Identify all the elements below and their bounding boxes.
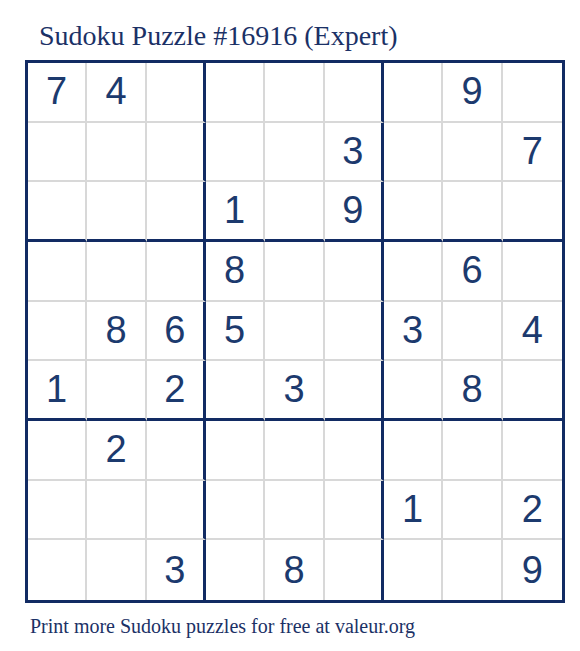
cell-r8c6[interactable]	[325, 481, 384, 541]
cell-r1c4[interactable]	[206, 63, 265, 123]
cell-r3c9[interactable]	[503, 182, 562, 242]
cell-r7c7[interactable]	[384, 421, 443, 481]
puzzle-title: Sudoku Puzzle #16916 (Expert)	[39, 20, 398, 52]
cell-r1c3[interactable]	[147, 63, 206, 123]
cell-r8c2[interactable]	[87, 481, 146, 541]
cell-r7c6[interactable]	[325, 421, 384, 481]
cell-r6c4[interactable]	[206, 361, 265, 421]
cell-r8c5[interactable]	[265, 481, 324, 541]
cell-r7c4[interactable]	[206, 421, 265, 481]
cell-r5c9[interactable]: 4	[503, 302, 562, 362]
cell-r3c1[interactable]	[28, 182, 87, 242]
cell-r2c2[interactable]	[87, 123, 146, 183]
cell-r9c3[interactable]: 3	[147, 540, 206, 600]
cell-r6c7[interactable]	[384, 361, 443, 421]
cell-r1c8[interactable]: 9	[443, 63, 502, 123]
cell-r3c4[interactable]: 1	[206, 182, 265, 242]
cell-r9c7[interactable]	[384, 540, 443, 600]
cell-r1c6[interactable]	[325, 63, 384, 123]
cell-r8c1[interactable]	[28, 481, 87, 541]
cell-r4c3[interactable]	[147, 242, 206, 302]
cell-r7c3[interactable]	[147, 421, 206, 481]
cell-r2c1[interactable]	[28, 123, 87, 183]
cell-r5c1[interactable]	[28, 302, 87, 362]
cell-r1c9[interactable]	[503, 63, 562, 123]
cell-r4c1[interactable]	[28, 242, 87, 302]
cell-r5c4[interactable]: 5	[206, 302, 265, 362]
cell-r4c6[interactable]	[325, 242, 384, 302]
cell-r4c8[interactable]: 6	[443, 242, 502, 302]
cell-r6c9[interactable]	[503, 361, 562, 421]
cell-r2c4[interactable]	[206, 123, 265, 183]
cell-r9c1[interactable]	[28, 540, 87, 600]
cell-r6c2[interactable]	[87, 361, 146, 421]
cell-r7c9[interactable]	[503, 421, 562, 481]
cell-r8c7[interactable]: 1	[384, 481, 443, 541]
cell-r1c2[interactable]: 4	[87, 63, 146, 123]
cell-r9c5[interactable]: 8	[265, 540, 324, 600]
footer-text: Print more Sudoku puzzles for free at va…	[30, 615, 415, 638]
cell-r8c4[interactable]	[206, 481, 265, 541]
cell-r5c3[interactable]: 6	[147, 302, 206, 362]
cell-r6c6[interactable]	[325, 361, 384, 421]
cell-r3c5[interactable]	[265, 182, 324, 242]
cell-r2c8[interactable]	[443, 123, 502, 183]
cell-r8c9[interactable]: 2	[503, 481, 562, 541]
cell-r5c5[interactable]	[265, 302, 324, 362]
cell-r2c5[interactable]	[265, 123, 324, 183]
cell-r2c7[interactable]	[384, 123, 443, 183]
cell-r3c7[interactable]	[384, 182, 443, 242]
cell-r8c8[interactable]	[443, 481, 502, 541]
cell-r1c1[interactable]: 7	[28, 63, 87, 123]
cell-r7c8[interactable]	[443, 421, 502, 481]
cell-r4c5[interactable]	[265, 242, 324, 302]
cell-r7c5[interactable]	[265, 421, 324, 481]
sudoku-board: 749371986865341238212389	[25, 60, 565, 603]
cell-r6c8[interactable]: 8	[443, 361, 502, 421]
cell-r9c9[interactable]: 9	[503, 540, 562, 600]
cell-r9c2[interactable]	[87, 540, 146, 600]
cell-r4c4[interactable]: 8	[206, 242, 265, 302]
cell-r5c8[interactable]	[443, 302, 502, 362]
cell-r2c3[interactable]	[147, 123, 206, 183]
cell-r9c4[interactable]	[206, 540, 265, 600]
cell-r6c3[interactable]: 2	[147, 361, 206, 421]
cell-r5c2[interactable]: 8	[87, 302, 146, 362]
cell-r7c1[interactable]	[28, 421, 87, 481]
cell-r7c2[interactable]: 2	[87, 421, 146, 481]
cell-r6c1[interactable]: 1	[28, 361, 87, 421]
cell-r5c7[interactable]: 3	[384, 302, 443, 362]
cell-r2c6[interactable]: 3	[325, 123, 384, 183]
cell-r8c3[interactable]	[147, 481, 206, 541]
cell-r9c6[interactable]	[325, 540, 384, 600]
cell-r3c2[interactable]	[87, 182, 146, 242]
cell-r4c9[interactable]	[503, 242, 562, 302]
cell-r9c8[interactable]	[443, 540, 502, 600]
cell-r3c8[interactable]	[443, 182, 502, 242]
cell-r5c6[interactable]	[325, 302, 384, 362]
cell-r4c2[interactable]	[87, 242, 146, 302]
cell-r3c6[interactable]: 9	[325, 182, 384, 242]
cell-r6c5[interactable]: 3	[265, 361, 324, 421]
cell-r4c7[interactable]	[384, 242, 443, 302]
cell-r1c7[interactable]	[384, 63, 443, 123]
cell-r2c9[interactable]: 7	[503, 123, 562, 183]
cell-r3c3[interactable]	[147, 182, 206, 242]
cell-r1c5[interactable]	[265, 63, 324, 123]
